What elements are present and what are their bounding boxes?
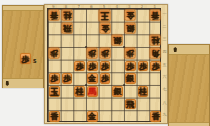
gote-gold-52[interactable]: 金 [100,23,111,34]
gote-knight-13[interactable]: 桂 [150,35,161,46]
rank-label-4: 四 [162,50,168,63]
file-label-8: 8 [60,5,73,9]
sente-silver-36[interactable]: 銀 [125,73,136,84]
sente-lance-19[interactable]: 香 [150,111,161,122]
file-label-5: 5 [98,5,111,9]
board-panel: 香桂王金香飛金銀銀桂歩歩歩歩角歩歩歩歩歩歩歩歩金歩銀玉桂馬銀桂飛香金香 9876… [44,4,168,124]
sente-pawn-35[interactable]: 歩 [125,61,136,72]
gote-lance-91[interactable]: 香 [49,10,60,21]
gote-lance-11[interactable]: 香 [150,10,161,21]
file-label-7: 7 [72,5,85,9]
sente-pawn-55[interactable]: 歩 [100,61,111,72]
gote-player-strip [3,78,43,88]
rank-label-9: 九 [162,113,168,126]
sente-pawn-56[interactable]: 歩 [100,73,111,84]
gote-pawn-54[interactable]: 歩 [100,48,111,59]
gote-bishop-14[interactable]: 角 [150,48,161,59]
sente-pawn-65[interactable]: 歩 [87,61,98,72]
gote-king-51[interactable]: 王 [99,10,111,22]
sente-pawn-75[interactable]: 歩 [74,61,85,72]
sente-king-97[interactable]: 玉 [49,86,61,98]
shogi-kifu-viewer: 歩5 香桂王金香飛金銀銀桂歩歩歩歩角歩歩歩歩歩歩歩歩金歩銀玉桂馬銀桂飛香金香 9… [0,0,210,126]
gote-rook-82[interactable]: 飛 [62,23,73,34]
gote-pawn-94[interactable]: 歩 [49,48,60,59]
file-label-4: 4 [110,5,123,9]
file-label-2: 2 [136,5,149,9]
sente-pawn-96[interactable]: 歩 [49,73,60,84]
sente-silver-47[interactable]: 銀 [112,86,123,97]
rank-label-1: 一 [162,12,168,25]
file-label-6: 6 [85,5,98,9]
sente-player-piece-icon [173,47,178,52]
sente-captured-tray [168,44,210,126]
gote-tray-top-strip [3,6,43,11]
star-point-3 [123,84,125,86]
file-label-1: 1 [148,5,161,9]
sente-tray-bottom-strip [169,122,209,126]
board-grid[interactable]: 香桂王金香飛金銀銀桂歩歩歩歩角歩歩歩歩歩歩歩歩金歩銀玉桂馬銀桂飛香金香 [47,8,161,122]
sente-rook-38[interactable]: 飛 [125,99,136,110]
gote-gold-31[interactable]: 金 [125,10,136,21]
gote-captured-tray: 歩5 [2,5,44,88]
gote-silver-32[interactable]: 銀 [125,23,136,34]
gote-knight-81[interactable]: 桂 [62,10,73,21]
sente-pawn-86[interactable]: 歩 [62,73,73,84]
gote-pawn-64[interactable]: 歩 [87,48,98,59]
gote-silver-43[interactable]: 銀 [112,35,123,46]
gote-pawn-34[interactable]: 歩 [125,48,136,59]
sente-lance-99[interactable]: 香 [49,111,60,122]
gote-player-piece-icon [5,81,10,86]
sente-knight-27[interactable]: 桂 [138,86,149,97]
sente-gold-69[interactable]: 金 [87,111,98,122]
sente-gold-66[interactable]: 金 [87,73,98,84]
hand-piece-count: 5 [33,58,36,64]
file-label-3: 3 [123,5,136,9]
sente-pawn-15[interactable]: 歩 [150,61,161,72]
file-label-9: 9 [47,5,60,9]
hand-piece-pawn[interactable]: 歩 [20,53,31,64]
sente-pawn-25[interactable]: 歩 [138,61,149,72]
sente-knight-77[interactable]: 桂 [74,86,85,97]
sente-promoted-bishop-67[interactable]: 馬 [87,86,98,97]
rank-label-7: 七 [162,88,168,101]
sente-player-strip [169,45,209,55]
